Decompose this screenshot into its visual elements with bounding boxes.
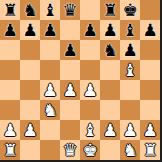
black-pawn-icon: ♟	[122, 40, 137, 60]
square-f8[interactable]: ♜	[100, 0, 120, 20]
black-king-icon: ♚	[122, 0, 137, 20]
square-f7[interactable]: ♟	[100, 20, 120, 40]
square-b2[interactable]: ♟	[20, 120, 40, 140]
black-pawn-icon: ♟	[22, 20, 37, 40]
white-knight-icon: ♞	[122, 140, 137, 160]
white-pawn-icon: ♟	[42, 80, 57, 100]
black-knight-icon: ♞	[22, 0, 37, 20]
black-pawn-icon: ♟	[62, 40, 77, 60]
square-e5[interactable]	[80, 60, 100, 80]
square-c4[interactable]: ♟	[40, 80, 60, 100]
square-c1[interactable]	[40, 140, 60, 160]
black-pawn-icon: ♟	[102, 20, 117, 40]
square-h8[interactable]	[140, 0, 160, 20]
square-a6[interactable]	[0, 40, 20, 60]
chess-board-window: ♜♞♝♛♜♚♟♟♟♟♟♝♟♟♞♟♝♟♟♟♞♟♟♝♟♟♟♜♛♚♞♜	[0, 0, 162, 162]
square-c8[interactable]: ♝	[40, 0, 60, 20]
white-rook-icon: ♜	[2, 140, 17, 160]
square-c3[interactable]: ♞	[40, 100, 60, 120]
square-f5[interactable]	[100, 60, 120, 80]
square-a2[interactable]: ♟	[0, 120, 20, 140]
square-e1[interactable]: ♚	[80, 140, 100, 160]
square-d5[interactable]	[60, 60, 80, 80]
black-pawn-icon: ♟	[142, 20, 157, 40]
black-bishop-icon: ♝	[42, 0, 57, 20]
square-d3[interactable]	[60, 100, 80, 120]
square-f3[interactable]	[100, 100, 120, 120]
square-c7[interactable]: ♟	[40, 20, 60, 40]
square-f6[interactable]: ♞	[100, 40, 120, 60]
square-b4[interactable]	[20, 80, 40, 100]
square-g3[interactable]	[120, 100, 140, 120]
black-rook-icon: ♜	[2, 0, 17, 20]
white-pawn-icon: ♟	[2, 120, 17, 140]
white-bishop-icon: ♝	[82, 120, 97, 140]
square-g8[interactable]: ♚	[120, 0, 140, 20]
black-pawn-icon: ♟	[2, 20, 17, 40]
black-knight-icon: ♞	[102, 40, 117, 60]
square-a7[interactable]: ♟	[0, 20, 20, 40]
square-d2[interactable]	[60, 120, 80, 140]
white-pawn-icon: ♟	[82, 80, 97, 100]
white-pawn-icon: ♟	[102, 120, 117, 140]
square-d4[interactable]: ♟	[60, 80, 80, 100]
square-b5[interactable]	[20, 60, 40, 80]
white-pawn-icon: ♟	[62, 80, 77, 100]
square-b6[interactable]	[20, 40, 40, 60]
square-c6[interactable]	[40, 40, 60, 60]
square-e7[interactable]: ♟	[80, 20, 100, 40]
square-c2[interactable]	[40, 120, 60, 140]
square-e6[interactable]	[80, 40, 100, 60]
square-g6[interactable]: ♟	[120, 40, 140, 60]
white-pawn-icon: ♟	[142, 120, 157, 140]
square-g1[interactable]: ♞	[120, 140, 140, 160]
square-h4[interactable]	[140, 80, 160, 100]
square-e4[interactable]: ♟	[80, 80, 100, 100]
square-g5[interactable]: ♝	[120, 60, 140, 80]
black-rook-icon: ♜	[102, 0, 117, 20]
white-pawn-icon: ♟	[122, 120, 137, 140]
square-f4[interactable]	[100, 80, 120, 100]
square-d1[interactable]: ♛	[60, 140, 80, 160]
black-queen-icon: ♛	[62, 0, 77, 20]
black-bishop-icon: ♝	[122, 20, 137, 40]
white-king-icon: ♚	[82, 140, 97, 160]
square-f1[interactable]	[100, 140, 120, 160]
square-h1[interactable]: ♜	[140, 140, 160, 160]
square-h3[interactable]	[140, 100, 160, 120]
square-g7[interactable]: ♝	[120, 20, 140, 40]
square-h2[interactable]: ♟	[140, 120, 160, 140]
square-b8[interactable]: ♞	[20, 0, 40, 20]
white-queen-icon: ♛	[62, 140, 77, 160]
square-b7[interactable]: ♟	[20, 20, 40, 40]
square-g4[interactable]	[120, 80, 140, 100]
square-f2[interactable]: ♟	[100, 120, 120, 140]
square-a5[interactable]	[0, 60, 20, 80]
white-pawn-icon: ♟	[22, 120, 37, 140]
square-b1[interactable]	[20, 140, 40, 160]
square-b3[interactable]	[20, 100, 40, 120]
square-d8[interactable]: ♛	[60, 0, 80, 20]
chess-board: ♜♞♝♛♜♚♟♟♟♟♟♝♟♟♞♟♝♟♟♟♞♟♟♝♟♟♟♜♛♚♞♜	[0, 0, 162, 162]
square-d7[interactable]	[60, 20, 80, 40]
white-knight-icon: ♞	[42, 100, 57, 120]
square-a1[interactable]: ♜	[0, 140, 20, 160]
square-h7[interactable]: ♟	[140, 20, 160, 40]
square-h6[interactable]	[140, 40, 160, 60]
white-bishop-icon: ♝	[122, 60, 137, 80]
black-pawn-icon: ♟	[82, 20, 97, 40]
square-d6[interactable]: ♟	[60, 40, 80, 60]
square-e3[interactable]	[80, 100, 100, 120]
square-e2[interactable]: ♝	[80, 120, 100, 140]
white-rook-icon: ♜	[142, 140, 157, 160]
square-g2[interactable]: ♟	[120, 120, 140, 140]
square-a8[interactable]: ♜	[0, 0, 20, 20]
square-c5[interactable]	[40, 60, 60, 80]
square-a3[interactable]	[0, 100, 20, 120]
square-a4[interactable]	[0, 80, 20, 100]
square-h5[interactable]	[140, 60, 160, 80]
black-pawn-icon: ♟	[42, 20, 57, 40]
square-e8[interactable]	[80, 0, 100, 20]
